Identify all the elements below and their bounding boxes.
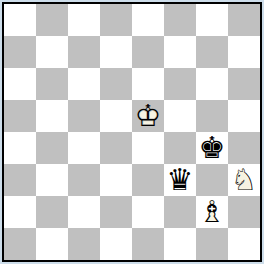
square-a7[interactable]: [4, 36, 36, 68]
square-c4[interactable]: [68, 132, 100, 164]
square-d8[interactable]: [100, 4, 132, 36]
square-a3[interactable]: [4, 164, 36, 196]
square-f4[interactable]: [164, 132, 196, 164]
square-b6[interactable]: [36, 68, 68, 100]
white-bishop-piece: ♝♗: [196, 196, 228, 228]
square-e6[interactable]: [132, 68, 164, 100]
white-knight-piece: ♞♘: [228, 164, 260, 196]
white-bishop-outline-glyph: ♗: [196, 196, 228, 228]
square-e3[interactable]: [132, 164, 164, 196]
square-d5[interactable]: [100, 100, 132, 132]
square-b4[interactable]: [36, 132, 68, 164]
square-h5[interactable]: [228, 100, 260, 132]
square-e8[interactable]: [132, 4, 164, 36]
square-f2[interactable]: [164, 196, 196, 228]
square-a4[interactable]: [4, 132, 36, 164]
square-e1[interactable]: [132, 228, 164, 260]
square-h8[interactable]: [228, 4, 260, 36]
square-a1[interactable]: [4, 228, 36, 260]
square-b8[interactable]: [36, 4, 68, 36]
square-c7[interactable]: [68, 36, 100, 68]
black-king-fill-glyph: ♚: [196, 132, 228, 164]
square-a2[interactable]: [4, 196, 36, 228]
square-d7[interactable]: [100, 36, 132, 68]
square-b3[interactable]: [36, 164, 68, 196]
square-b2[interactable]: [36, 196, 68, 228]
square-d2[interactable]: [100, 196, 132, 228]
square-b1[interactable]: [36, 228, 68, 260]
square-e2[interactable]: [132, 196, 164, 228]
square-h7[interactable]: [228, 36, 260, 68]
square-f5[interactable]: [164, 100, 196, 132]
square-g6[interactable]: [196, 68, 228, 100]
square-g5[interactable]: [196, 100, 228, 132]
square-a6[interactable]: [4, 68, 36, 100]
square-f8[interactable]: [164, 4, 196, 36]
square-g3[interactable]: [196, 164, 228, 196]
square-c3[interactable]: [68, 164, 100, 196]
square-f6[interactable]: [164, 68, 196, 100]
square-c8[interactable]: [68, 4, 100, 36]
white-king-piece: ♚♔: [132, 100, 164, 132]
square-c6[interactable]: [68, 68, 100, 100]
square-g8[interactable]: [196, 4, 228, 36]
square-g2[interactable]: ♝♗: [196, 196, 228, 228]
white-knight-outline-glyph: ♘: [228, 164, 260, 196]
square-d1[interactable]: [100, 228, 132, 260]
square-g4[interactable]: ♚: [196, 132, 228, 164]
square-h6[interactable]: [228, 68, 260, 100]
square-f3[interactable]: ♛: [164, 164, 196, 196]
black-king-piece: ♚: [196, 132, 228, 164]
square-a8[interactable]: [4, 4, 36, 36]
chess-board: ♚♔♚♛♞♘♝♗: [2, 2, 262, 262]
square-a5[interactable]: [4, 100, 36, 132]
square-d3[interactable]: [100, 164, 132, 196]
square-e7[interactable]: [132, 36, 164, 68]
diagram-frame: ♚♔♚♛♞♘♝♗: [0, 0, 264, 264]
square-h1[interactable]: [228, 228, 260, 260]
square-e5[interactable]: ♚♔: [132, 100, 164, 132]
square-c5[interactable]: [68, 100, 100, 132]
square-h2[interactable]: [228, 196, 260, 228]
square-b5[interactable]: [36, 100, 68, 132]
square-g1[interactable]: [196, 228, 228, 260]
black-queen-fill-glyph: ♛: [164, 164, 196, 196]
square-h3[interactable]: ♞♘: [228, 164, 260, 196]
square-h4[interactable]: [228, 132, 260, 164]
square-f1[interactable]: [164, 228, 196, 260]
square-d6[interactable]: [100, 68, 132, 100]
square-g7[interactable]: [196, 36, 228, 68]
white-king-outline-glyph: ♔: [132, 100, 164, 132]
square-e4[interactable]: [132, 132, 164, 164]
black-queen-piece: ♛: [164, 164, 196, 196]
square-b7[interactable]: [36, 36, 68, 68]
square-c2[interactable]: [68, 196, 100, 228]
square-c1[interactable]: [68, 228, 100, 260]
square-f7[interactable]: [164, 36, 196, 68]
square-d4[interactable]: [100, 132, 132, 164]
